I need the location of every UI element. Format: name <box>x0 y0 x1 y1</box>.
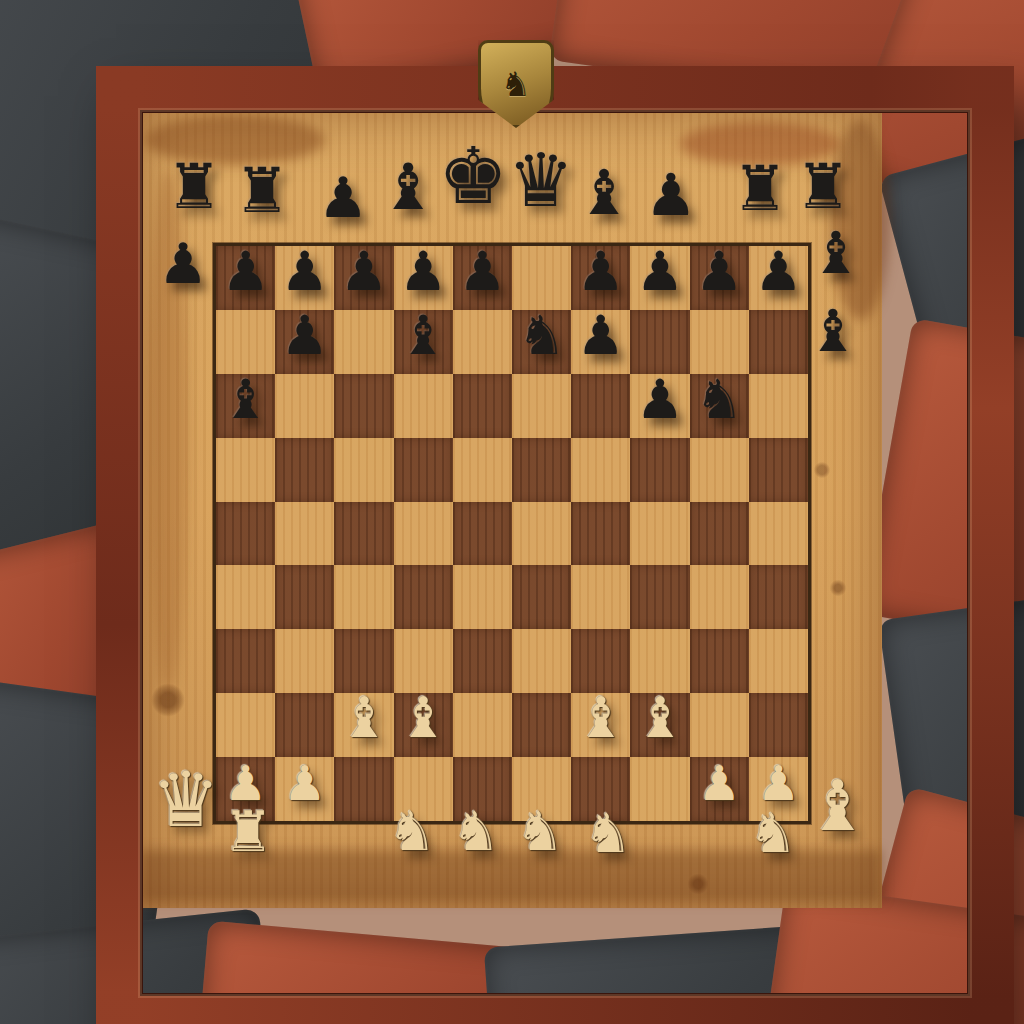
square-r9c2: ♟ <box>275 757 334 821</box>
square-r5c2 <box>275 502 334 566</box>
black-bishop-margin[interactable]: ♝ <box>576 162 632 224</box>
square-r5c5 <box>453 502 512 566</box>
black-bishop[interactable]: ♝ <box>221 372 269 426</box>
square-r8c3: ♝ <box>334 693 393 757</box>
white-bishop[interactable]: ♝ <box>635 690 685 746</box>
white-knight-margin[interactable]: ♞ <box>388 805 436 859</box>
emblem-knight-icon: ♞ <box>501 64 531 104</box>
square-r2c1 <box>216 310 275 374</box>
white-rook-margin[interactable]: ♜ <box>223 804 273 860</box>
white-bishop[interactable]: ♝ <box>398 690 448 746</box>
square-r5c7 <box>571 502 630 566</box>
black-pawn-margin[interactable]: ♟ <box>645 166 697 224</box>
square-r4c3 <box>334 438 393 502</box>
square-r3c10 <box>749 374 808 438</box>
square-r3c1: ♝ <box>216 374 275 438</box>
square-r3c3 <box>334 374 393 438</box>
black-pawn[interactable]: ♟ <box>221 244 269 298</box>
square-r1c8: ♟ <box>630 246 689 310</box>
square-r8c8: ♝ <box>630 693 689 757</box>
square-r8c10 <box>749 693 808 757</box>
square-r8c9 <box>690 693 749 757</box>
white-pawn[interactable]: ♟ <box>283 759 326 807</box>
square-r2c10 <box>749 310 808 374</box>
square-r2c7: ♟ <box>571 310 630 374</box>
square-r6c3 <box>334 565 393 629</box>
square-r7c9 <box>690 629 749 693</box>
black-pawn[interactable]: ♟ <box>636 372 684 426</box>
square-r1c3: ♟ <box>334 246 393 310</box>
square-r5c10 <box>749 502 808 566</box>
square-r6c8 <box>630 565 689 629</box>
square-r7c8 <box>630 629 689 693</box>
square-r1c6 <box>512 246 571 310</box>
square-r3c6 <box>512 374 571 438</box>
square-r1c1: ♟ <box>216 246 275 310</box>
square-r5c4 <box>394 502 453 566</box>
square-r5c3 <box>334 502 393 566</box>
black-pawn[interactable]: ♟ <box>281 308 329 362</box>
white-knight-margin[interactable]: ♞ <box>452 805 500 859</box>
black-rook-margin[interactable]: ♜ <box>795 156 851 218</box>
square-r4c2 <box>275 438 334 502</box>
white-bishop-margin[interactable]: ♝ <box>807 771 870 841</box>
black-pawn[interactable]: ♟ <box>458 244 506 298</box>
square-r8c4: ♝ <box>394 693 453 757</box>
white-queen-margin[interactable]: ♛ <box>152 762 220 838</box>
white-pawn[interactable]: ♟ <box>757 759 800 807</box>
white-pawn[interactable]: ♟ <box>698 759 741 807</box>
square-r4c1 <box>216 438 275 502</box>
square-r4c10 <box>749 438 808 502</box>
square-r5c8 <box>630 502 689 566</box>
white-bishop[interactable]: ♝ <box>576 690 626 746</box>
square-r1c7: ♟ <box>571 246 630 310</box>
black-bishop-margin[interactable]: ♝ <box>810 224 862 282</box>
square-r3c8: ♟ <box>630 374 689 438</box>
square-r8c7: ♝ <box>571 693 630 757</box>
square-r6c6 <box>512 565 571 629</box>
square-r4c5 <box>453 438 512 502</box>
square-r2c9 <box>690 310 749 374</box>
black-king-margin[interactable]: ♚ <box>438 137 508 215</box>
square-r7c7 <box>571 629 630 693</box>
white-knight-margin[interactable]: ♞ <box>516 805 564 859</box>
wall-scene: ♞ ♟♟♟♟♟♟♟♟♟♟♝♞♟♝♟♞♝♝♝♝♟♟♟♟ ♜♜♟♝♚♛♝♟♜♜♟♝♝… <box>0 0 1024 1024</box>
square-r8c5 <box>453 693 512 757</box>
black-pawn-margin[interactable]: ♟ <box>158 236 208 292</box>
square-r7c3 <box>334 629 393 693</box>
square-r3c4 <box>394 374 453 438</box>
square-r1c2: ♟ <box>275 246 334 310</box>
square-r6c5 <box>453 565 512 629</box>
square-r6c2 <box>275 565 334 629</box>
square-r7c10 <box>749 629 808 693</box>
square-r6c10 <box>749 565 808 629</box>
white-knight-margin[interactable]: ♞ <box>584 807 632 861</box>
square-r2c8 <box>630 310 689 374</box>
white-bishop[interactable]: ♝ <box>339 690 389 746</box>
square-r1c10: ♟ <box>749 246 808 310</box>
square-r4c9 <box>690 438 749 502</box>
black-pawn[interactable]: ♟ <box>577 244 625 298</box>
square-r5c6 <box>512 502 571 566</box>
black-bishop-margin[interactable]: ♝ <box>807 302 859 360</box>
square-r8c6 <box>512 693 571 757</box>
black-pawn[interactable]: ♟ <box>340 244 388 298</box>
square-r6c1 <box>216 565 275 629</box>
square-r6c9 <box>690 565 749 629</box>
white-knight-margin[interactable]: ♞ <box>749 807 797 861</box>
square-r1c9: ♟ <box>690 246 749 310</box>
square-r7c6 <box>512 629 571 693</box>
square-r6c4 <box>394 565 453 629</box>
square-r3c2 <box>275 374 334 438</box>
black-rook-margin[interactable]: ♜ <box>234 160 290 222</box>
square-r8c2 <box>275 693 334 757</box>
square-r3c9: ♞ <box>690 374 749 438</box>
square-r2c2: ♟ <box>275 310 334 374</box>
black-pawn[interactable]: ♟ <box>754 244 802 298</box>
black-rook-margin[interactable]: ♜ <box>166 156 222 218</box>
square-r7c2 <box>275 629 334 693</box>
square-r9c8 <box>630 757 689 821</box>
square-r7c5 <box>453 629 512 693</box>
square-r2c5 <box>453 310 512 374</box>
black-bishop[interactable]: ♝ <box>399 308 447 362</box>
square-r1c5: ♟ <box>453 246 512 310</box>
black-bishop-margin[interactable]: ♝ <box>379 155 436 219</box>
square-r3c5 <box>453 374 512 438</box>
black-pawn-margin[interactable]: ♟ <box>318 170 368 226</box>
black-queen-margin[interactable]: ♛ <box>508 143 574 217</box>
black-knight[interactable]: ♞ <box>517 308 565 362</box>
black-knight[interactable]: ♞ <box>695 372 743 426</box>
black-pawn[interactable]: ♟ <box>399 244 447 298</box>
black-pawn[interactable]: ♟ <box>281 244 329 298</box>
square-r5c9 <box>690 502 749 566</box>
black-rook-margin[interactable]: ♜ <box>732 158 788 220</box>
black-pawn[interactable]: ♟ <box>577 308 625 362</box>
square-r1c4: ♟ <box>394 246 453 310</box>
black-pawn[interactable]: ♟ <box>695 244 743 298</box>
square-r4c7 <box>571 438 630 502</box>
square-r2c6: ♞ <box>512 310 571 374</box>
square-r3c7 <box>571 374 630 438</box>
square-r7c4 <box>394 629 453 693</box>
square-r2c4: ♝ <box>394 310 453 374</box>
square-r2c3 <box>334 310 393 374</box>
square-r4c8 <box>630 438 689 502</box>
square-r4c6 <box>512 438 571 502</box>
square-r5c1 <box>216 502 275 566</box>
black-pawn[interactable]: ♟ <box>636 244 684 298</box>
square-r6c7 <box>571 565 630 629</box>
square-r9c3 <box>334 757 393 821</box>
chess-board-grid: ♟♟♟♟♟♟♟♟♟♟♝♞♟♝♟♞♝♝♝♝♟♟♟♟ <box>213 243 811 824</box>
square-r9c9: ♟ <box>690 757 749 821</box>
square-r8c1 <box>216 693 275 757</box>
square-r7c1 <box>216 629 275 693</box>
square-r4c4 <box>394 438 453 502</box>
